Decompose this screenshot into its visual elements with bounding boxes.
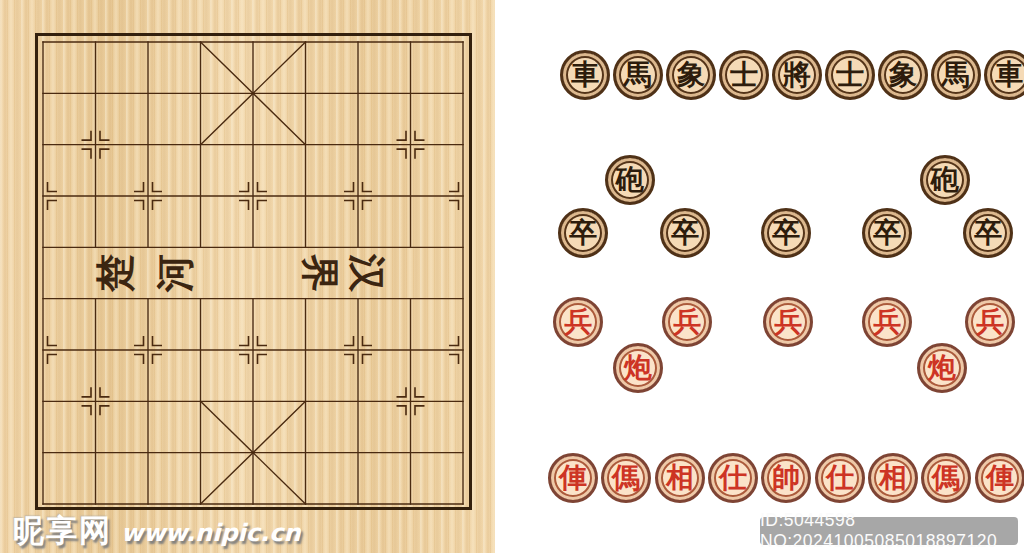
piece-glyph: 帥 — [772, 464, 800, 493]
xiangqi-piece-black[interactable]: 車 — [984, 50, 1024, 100]
piece-glyph: 砲 — [616, 166, 644, 195]
piece-glyph: 兵 — [873, 308, 901, 337]
pieces-layer: 車馬象士將士象馬車砲砲卒卒卒卒卒兵兵兵兵兵炮炮俥傌相仕帥仕相傌俥 — [0, 0, 1024, 553]
piece-glyph: 砲 — [931, 166, 959, 195]
piece-glyph: 馬 — [624, 61, 652, 90]
xiangqi-piece-red[interactable]: 俥 — [975, 453, 1024, 503]
xiangqi-piece-black[interactable]: 象 — [878, 50, 928, 100]
xiangqi-piece-black[interactable]: 卒 — [558, 208, 608, 258]
xiangqi-piece-red[interactable]: 兵 — [553, 297, 603, 347]
xiangqi-piece-black[interactable]: 卒 — [862, 208, 912, 258]
image-id-badge: ID:5044598 NO:20241005085018897120 — [760, 517, 1018, 545]
piece-glyph: 相 — [879, 464, 907, 493]
xiangqi-piece-black[interactable]: 車 — [560, 50, 610, 100]
screenshot-canvas: 楚 河 界 汉 車馬象士將士象馬車砲砲卒卒卒卒卒兵兵兵兵兵炮炮俥傌相仕帥仕相傌俥… — [0, 0, 1024, 553]
xiangqi-piece-red[interactable]: 傌 — [921, 453, 971, 503]
piece-glyph: 卒 — [671, 219, 699, 248]
xiangqi-piece-red[interactable]: 炮 — [917, 343, 967, 393]
xiangqi-piece-black[interactable]: 馬 — [613, 50, 663, 100]
xiangqi-piece-red[interactable]: 仕 — [708, 453, 758, 503]
piece-glyph: 俥 — [559, 464, 587, 493]
piece-glyph: 仕 — [826, 464, 854, 493]
xiangqi-piece-black[interactable]: 卒 — [963, 208, 1013, 258]
piece-glyph: 俥 — [986, 464, 1014, 493]
xiangqi-piece-red[interactable]: 俥 — [548, 453, 598, 503]
piece-glyph: 卒 — [772, 219, 800, 248]
piece-glyph: 卒 — [569, 219, 597, 248]
xiangqi-piece-black[interactable]: 士 — [825, 50, 875, 100]
piece-glyph: 兵 — [774, 308, 802, 337]
xiangqi-piece-black[interactable]: 砲 — [605, 155, 655, 205]
xiangqi-piece-red[interactable]: 仕 — [815, 453, 865, 503]
xiangqi-piece-red[interactable]: 相 — [868, 453, 918, 503]
piece-glyph: 炮 — [624, 354, 652, 383]
piece-glyph: 相 — [666, 464, 694, 493]
piece-glyph: 士 — [730, 61, 758, 90]
xiangqi-piece-red[interactable]: 帥 — [761, 453, 811, 503]
xiangqi-piece-red[interactable]: 相 — [655, 453, 705, 503]
piece-glyph: 馬 — [942, 61, 970, 90]
watermark-url: www.nipic.cn — [121, 519, 300, 547]
piece-glyph: 象 — [677, 61, 705, 90]
piece-glyph: 卒 — [873, 219, 901, 248]
xiangqi-piece-black[interactable]: 砲 — [920, 155, 970, 205]
xiangqi-piece-black[interactable]: 士 — [719, 50, 769, 100]
watermark-site-name: 昵享网 — [13, 510, 112, 552]
piece-glyph: 卒 — [974, 219, 1002, 248]
piece-glyph: 仕 — [719, 464, 747, 493]
piece-glyph: 將 — [783, 61, 811, 90]
piece-glyph: 車 — [995, 61, 1023, 90]
piece-glyph: 傌 — [612, 464, 640, 493]
piece-glyph: 士 — [836, 61, 864, 90]
piece-glyph: 兵 — [564, 308, 592, 337]
xiangqi-piece-red[interactable]: 兵 — [965, 297, 1015, 347]
xiangqi-piece-red[interactable]: 傌 — [601, 453, 651, 503]
piece-glyph: 兵 — [673, 308, 701, 337]
piece-glyph: 車 — [571, 61, 599, 90]
xiangqi-piece-black[interactable]: 馬 — [931, 50, 981, 100]
piece-glyph: 象 — [889, 61, 917, 90]
xiangqi-piece-black[interactable]: 將 — [772, 50, 822, 100]
piece-glyph: 炮 — [928, 354, 956, 383]
xiangqi-piece-red[interactable]: 兵 — [662, 297, 712, 347]
xiangqi-piece-red[interactable]: 兵 — [862, 297, 912, 347]
xiangqi-piece-red[interactable]: 兵 — [763, 297, 813, 347]
xiangqi-piece-black[interactable]: 卒 — [761, 208, 811, 258]
xiangqi-piece-black[interactable]: 卒 — [660, 208, 710, 258]
xiangqi-piece-black[interactable]: 象 — [666, 50, 716, 100]
xiangqi-piece-red[interactable]: 炮 — [613, 343, 663, 393]
piece-glyph: 兵 — [976, 308, 1004, 337]
piece-glyph: 傌 — [932, 464, 960, 493]
nipic-watermark: 昵享网 www.nipic.cn — [13, 510, 300, 552]
